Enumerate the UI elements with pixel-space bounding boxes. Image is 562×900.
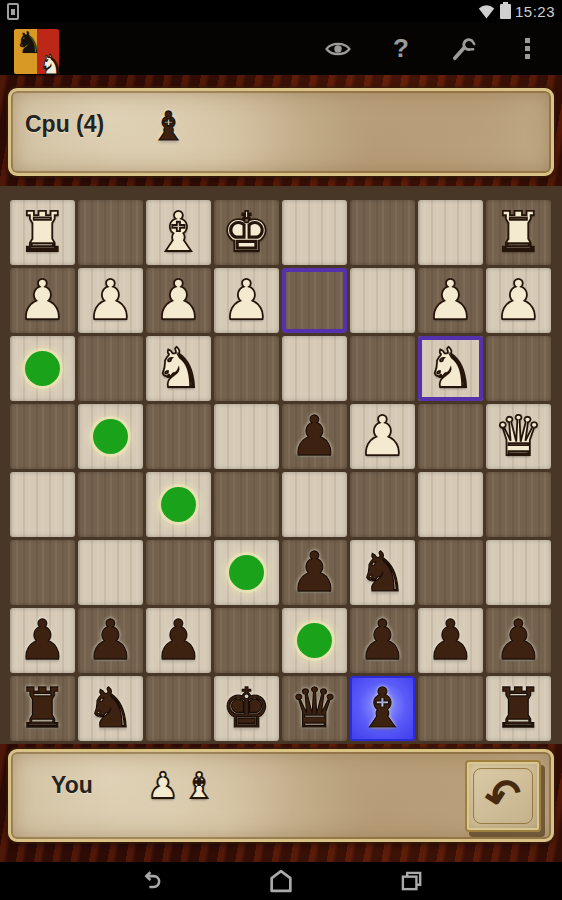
legal-move-dot-g4[interactable] bbox=[93, 419, 128, 454]
square-f8[interactable] bbox=[146, 676, 211, 741]
square-a4[interactable]: ♛ bbox=[486, 404, 551, 469]
hint-eye-button[interactable] bbox=[323, 34, 353, 64]
android-nav-bar bbox=[0, 862, 562, 900]
square-g8[interactable]: ♞ bbox=[78, 676, 143, 741]
black-bishop-c8: ♝ bbox=[358, 677, 407, 740]
cpu-captured-tray: ♝ bbox=[150, 103, 186, 149]
white-rook-a1: ♜ bbox=[494, 201, 543, 264]
legal-move-dot-e6[interactable] bbox=[229, 555, 264, 590]
square-g3[interactable] bbox=[78, 336, 143, 401]
square-b2[interactable]: ♟ bbox=[418, 268, 483, 333]
undo-button[interactable]: ↶ bbox=[465, 760, 541, 832]
black-king-e8: ♚ bbox=[222, 677, 271, 740]
square-h3[interactable] bbox=[10, 336, 75, 401]
square-e3[interactable] bbox=[214, 336, 279, 401]
square-f3[interactable]: ♞ bbox=[146, 336, 211, 401]
wrench-icon bbox=[450, 36, 478, 62]
white-pawn-e2: ♟ bbox=[222, 269, 271, 332]
square-g7[interactable]: ♟ bbox=[78, 608, 143, 673]
captured-black-b-icon: ♝ bbox=[150, 103, 186, 149]
square-c6[interactable]: ♞ bbox=[350, 540, 415, 605]
white-pawn-h2: ♟ bbox=[18, 269, 67, 332]
square-f7[interactable]: ♟ bbox=[146, 608, 211, 673]
you-panel-zone: You ♟♝ ↶ bbox=[0, 744, 562, 862]
white-rook-h1: ♜ bbox=[18, 201, 67, 264]
you-label: You bbox=[51, 772, 93, 799]
square-c1[interactable] bbox=[350, 200, 415, 265]
square-c5[interactable] bbox=[350, 472, 415, 537]
chess-board: ♜♝♚♜♟♟♟♟♟♟♞♞♟♟♛♟♞♟♟♟♟♟♟♜♞♚♛♝♜ bbox=[10, 200, 552, 741]
square-g4[interactable] bbox=[78, 404, 143, 469]
white-knight-b3: ♞ bbox=[426, 337, 475, 400]
square-a3[interactable] bbox=[486, 336, 551, 401]
square-d7[interactable] bbox=[282, 608, 347, 673]
square-d5[interactable] bbox=[282, 472, 347, 537]
square-h1[interactable]: ♜ bbox=[10, 200, 75, 265]
chess-app-icon[interactable]: ♞ ♞ bbox=[14, 29, 59, 74]
white-pawn-b2: ♟ bbox=[426, 269, 475, 332]
square-e8[interactable]: ♚ bbox=[214, 676, 279, 741]
square-a2[interactable]: ♟ bbox=[486, 268, 551, 333]
app-toolbar: ♞ ♞ ? bbox=[0, 22, 562, 75]
white-bishop-f1: ♝ bbox=[154, 201, 203, 264]
you-captured-tray: ♟♝ bbox=[147, 764, 216, 808]
white-knight-logo-icon: ♞ bbox=[39, 49, 63, 80]
square-g5[interactable] bbox=[78, 472, 143, 537]
square-e6[interactable] bbox=[214, 540, 279, 605]
square-e4[interactable] bbox=[214, 404, 279, 469]
help-button[interactable]: ? bbox=[386, 34, 416, 64]
square-h4[interactable] bbox=[10, 404, 75, 469]
square-f5[interactable] bbox=[146, 472, 211, 537]
square-h6[interactable] bbox=[10, 540, 75, 605]
question-mark-icon: ? bbox=[393, 33, 409, 64]
device-status-icon bbox=[7, 3, 19, 20]
square-h2[interactable]: ♟ bbox=[10, 268, 75, 333]
cpu-panel-zone: Cpu (4) ♝ bbox=[0, 75, 562, 186]
nav-back-button[interactable] bbox=[134, 866, 168, 896]
eye-icon bbox=[324, 37, 352, 61]
captured-white-p-icon: ♟ bbox=[147, 764, 179, 808]
white-knight-f3: ♞ bbox=[154, 337, 203, 400]
black-pawn-a7: ♟ bbox=[494, 609, 543, 672]
nav-home-button[interactable] bbox=[264, 866, 298, 896]
overflow-dots-icon bbox=[525, 38, 530, 59]
square-d2[interactable] bbox=[282, 268, 347, 333]
white-pawn-g2: ♟ bbox=[86, 269, 135, 332]
legal-move-dot-f5[interactable] bbox=[161, 487, 196, 522]
square-d8[interactable]: ♛ bbox=[282, 676, 347, 741]
square-a6[interactable] bbox=[486, 540, 551, 605]
back-icon bbox=[136, 868, 166, 894]
square-g6[interactable] bbox=[78, 540, 143, 605]
black-pawn-d4: ♟ bbox=[290, 405, 339, 468]
square-b8[interactable] bbox=[418, 676, 483, 741]
black-pawn-h7: ♟ bbox=[18, 609, 67, 672]
black-pawn-c7: ♟ bbox=[358, 609, 407, 672]
square-d6[interactable]: ♟ bbox=[282, 540, 347, 605]
square-c8[interactable]: ♝ bbox=[350, 676, 415, 741]
wifi-icon bbox=[477, 3, 496, 20]
captured-white-b-icon: ♝ bbox=[183, 764, 215, 808]
home-icon bbox=[265, 867, 297, 895]
settings-button[interactable] bbox=[449, 34, 479, 64]
black-rook-a8: ♜ bbox=[494, 677, 543, 740]
white-pawn-c4: ♟ bbox=[358, 405, 407, 468]
square-a1[interactable]: ♜ bbox=[486, 200, 551, 265]
square-e7[interactable] bbox=[214, 608, 279, 673]
square-d4[interactable]: ♟ bbox=[282, 404, 347, 469]
overflow-menu-button[interactable] bbox=[512, 34, 542, 64]
square-g2[interactable]: ♟ bbox=[78, 268, 143, 333]
black-pawn-g7: ♟ bbox=[86, 609, 135, 672]
square-b3[interactable]: ♞ bbox=[418, 336, 483, 401]
square-d1[interactable] bbox=[282, 200, 347, 265]
square-f6[interactable] bbox=[146, 540, 211, 605]
square-f1[interactable]: ♝ bbox=[146, 200, 211, 265]
square-b4[interactable] bbox=[418, 404, 483, 469]
square-h8[interactable]: ♜ bbox=[10, 676, 75, 741]
black-knight-c6: ♞ bbox=[358, 541, 407, 604]
square-b1[interactable] bbox=[418, 200, 483, 265]
status-bar: 15:23 bbox=[0, 0, 562, 22]
black-rook-h8: ♜ bbox=[18, 677, 67, 740]
square-h5[interactable] bbox=[10, 472, 75, 537]
square-c4[interactable]: ♟ bbox=[350, 404, 415, 469]
square-b5[interactable] bbox=[418, 472, 483, 537]
square-e1[interactable]: ♚ bbox=[214, 200, 279, 265]
cpu-label: Cpu (4) bbox=[25, 111, 104, 138]
black-pawn-b7: ♟ bbox=[426, 609, 475, 672]
legal-move-dot-d7[interactable] bbox=[297, 623, 332, 658]
square-g1[interactable] bbox=[78, 200, 143, 265]
square-b7[interactable]: ♟ bbox=[418, 608, 483, 673]
square-f4[interactable] bbox=[146, 404, 211, 469]
black-pawn-d6: ♟ bbox=[290, 541, 339, 604]
square-a5[interactable] bbox=[486, 472, 551, 537]
black-pawn-f7: ♟ bbox=[154, 609, 203, 672]
battery-icon bbox=[500, 4, 511, 19]
square-a8[interactable]: ♜ bbox=[486, 676, 551, 741]
white-king-e1: ♚ bbox=[222, 201, 271, 264]
square-e2[interactable]: ♟ bbox=[214, 268, 279, 333]
recents-icon bbox=[396, 868, 426, 894]
square-c3[interactable] bbox=[350, 336, 415, 401]
square-d3[interactable] bbox=[282, 336, 347, 401]
square-f2[interactable]: ♟ bbox=[146, 268, 211, 333]
square-c2[interactable] bbox=[350, 268, 415, 333]
you-panel: You ♟♝ ↶ bbox=[8, 749, 554, 842]
white-pawn-f2: ♟ bbox=[154, 269, 203, 332]
square-b6[interactable] bbox=[418, 540, 483, 605]
square-h7[interactable]: ♟ bbox=[10, 608, 75, 673]
black-queen-d8: ♛ bbox=[290, 677, 339, 740]
white-queen-a4: ♛ bbox=[494, 405, 543, 468]
square-e5[interactable] bbox=[214, 472, 279, 537]
black-knight-g8: ♞ bbox=[86, 677, 135, 740]
legal-move-dot-h3[interactable] bbox=[25, 351, 60, 386]
white-pawn-a2: ♟ bbox=[494, 269, 543, 332]
undo-arrow-icon: ↶ bbox=[480, 770, 525, 821]
cpu-panel: Cpu (4) ♝ bbox=[8, 88, 554, 176]
board-zone: ♜♝♚♜♟♟♟♟♟♟♞♞♟♟♛♟♞♟♟♟♟♟♟♜♞♚♛♝♜ bbox=[0, 186, 562, 744]
square-a7[interactable]: ♟ bbox=[486, 608, 551, 673]
square-c7[interactable]: ♟ bbox=[350, 608, 415, 673]
status-clock: 15:23 bbox=[515, 3, 555, 20]
nav-recents-button[interactable] bbox=[394, 866, 428, 896]
